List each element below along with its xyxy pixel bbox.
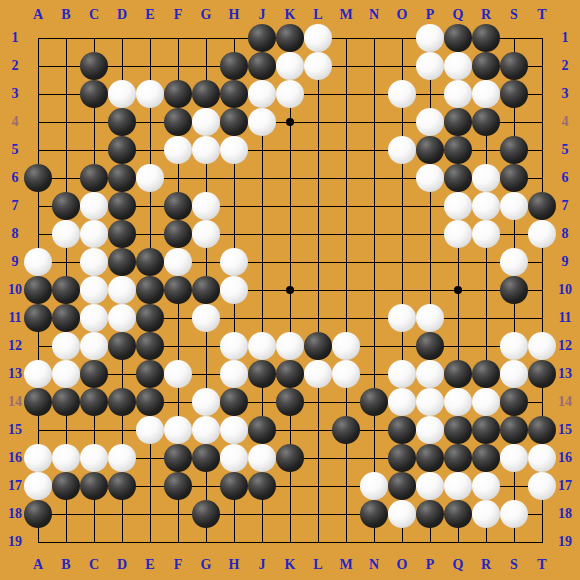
intersection-S16[interactable]	[500, 444, 528, 472]
intersection-K17[interactable]	[276, 472, 304, 500]
intersection-K4[interactable]	[276, 108, 304, 136]
intersection-L9[interactable]	[304, 248, 332, 276]
intersection-E17[interactable]	[136, 472, 164, 500]
intersection-B16[interactable]	[52, 444, 80, 472]
intersection-G12[interactable]	[192, 332, 220, 360]
intersection-K2[interactable]	[276, 52, 304, 80]
intersection-P6[interactable]	[416, 164, 444, 192]
intersection-G6[interactable]	[192, 164, 220, 192]
intersection-D10[interactable]	[108, 276, 136, 304]
intersection-L16[interactable]	[304, 444, 332, 472]
intersection-J9[interactable]	[248, 248, 276, 276]
intersection-T4[interactable]	[528, 108, 556, 136]
intersection-F15[interactable]	[164, 416, 192, 444]
intersection-S1[interactable]	[500, 24, 528, 52]
intersection-L2[interactable]	[304, 52, 332, 80]
intersection-N2[interactable]	[360, 52, 388, 80]
intersection-J17[interactable]	[248, 472, 276, 500]
intersection-E9[interactable]	[136, 248, 164, 276]
intersection-G2[interactable]	[192, 52, 220, 80]
intersection-H16[interactable]	[220, 444, 248, 472]
intersection-M11[interactable]	[332, 304, 360, 332]
intersection-C8[interactable]	[80, 220, 108, 248]
intersection-A4[interactable]	[24, 108, 52, 136]
intersection-R8[interactable]	[472, 220, 500, 248]
intersection-N14[interactable]	[360, 388, 388, 416]
intersection-A6[interactable]	[24, 164, 52, 192]
intersection-C11[interactable]	[80, 304, 108, 332]
intersection-A3[interactable]	[24, 80, 52, 108]
intersection-T16[interactable]	[528, 444, 556, 472]
intersection-R3[interactable]	[472, 80, 500, 108]
intersection-A12[interactable]	[24, 332, 52, 360]
intersection-D19[interactable]	[108, 528, 136, 556]
intersection-N4[interactable]	[360, 108, 388, 136]
intersection-H2[interactable]	[220, 52, 248, 80]
intersection-S5[interactable]	[500, 136, 528, 164]
intersection-A14[interactable]	[24, 388, 52, 416]
intersection-K15[interactable]	[276, 416, 304, 444]
intersection-D9[interactable]	[108, 248, 136, 276]
intersection-R6[interactable]	[472, 164, 500, 192]
intersection-O8[interactable]	[388, 220, 416, 248]
intersection-P3[interactable]	[416, 80, 444, 108]
intersection-Q10[interactable]	[444, 276, 472, 304]
intersection-E15[interactable]	[136, 416, 164, 444]
intersection-D18[interactable]	[108, 500, 136, 528]
intersection-L3[interactable]	[304, 80, 332, 108]
intersection-E18[interactable]	[136, 500, 164, 528]
intersection-S8[interactable]	[500, 220, 528, 248]
intersection-N1[interactable]	[360, 24, 388, 52]
intersection-O9[interactable]	[388, 248, 416, 276]
intersection-O10[interactable]	[388, 276, 416, 304]
intersection-F3[interactable]	[164, 80, 192, 108]
intersection-D15[interactable]	[108, 416, 136, 444]
intersection-E4[interactable]	[136, 108, 164, 136]
intersection-Q14[interactable]	[444, 388, 472, 416]
intersection-M4[interactable]	[332, 108, 360, 136]
intersection-B1[interactable]	[52, 24, 80, 52]
intersection-B19[interactable]	[52, 528, 80, 556]
intersection-L5[interactable]	[304, 136, 332, 164]
intersection-K5[interactable]	[276, 136, 304, 164]
intersection-T15[interactable]	[528, 416, 556, 444]
intersection-S17[interactable]	[500, 472, 528, 500]
intersection-E12[interactable]	[136, 332, 164, 360]
intersection-K8[interactable]	[276, 220, 304, 248]
intersection-G4[interactable]	[192, 108, 220, 136]
intersection-P18[interactable]	[416, 500, 444, 528]
intersection-H9[interactable]	[220, 248, 248, 276]
intersection-F2[interactable]	[164, 52, 192, 80]
intersection-R7[interactable]	[472, 192, 500, 220]
intersection-F16[interactable]	[164, 444, 192, 472]
intersection-B18[interactable]	[52, 500, 80, 528]
intersection-A15[interactable]	[24, 416, 52, 444]
intersection-O17[interactable]	[388, 472, 416, 500]
intersection-Q9[interactable]	[444, 248, 472, 276]
intersection-C18[interactable]	[80, 500, 108, 528]
intersection-Q17[interactable]	[444, 472, 472, 500]
intersection-F6[interactable]	[164, 164, 192, 192]
intersection-T11[interactable]	[528, 304, 556, 332]
intersection-D4[interactable]	[108, 108, 136, 136]
intersection-D17[interactable]	[108, 472, 136, 500]
intersection-S18[interactable]	[500, 500, 528, 528]
intersection-N6[interactable]	[360, 164, 388, 192]
intersection-L15[interactable]	[304, 416, 332, 444]
intersection-C6[interactable]	[80, 164, 108, 192]
intersection-D13[interactable]	[108, 360, 136, 388]
intersection-M18[interactable]	[332, 500, 360, 528]
intersection-C5[interactable]	[80, 136, 108, 164]
intersection-E2[interactable]	[136, 52, 164, 80]
intersection-P11[interactable]	[416, 304, 444, 332]
intersection-O13[interactable]	[388, 360, 416, 388]
intersection-N5[interactable]	[360, 136, 388, 164]
intersection-S3[interactable]	[500, 80, 528, 108]
intersection-O12[interactable]	[388, 332, 416, 360]
go-board[interactable]	[24, 24, 556, 556]
intersection-O2[interactable]	[388, 52, 416, 80]
intersection-Q5[interactable]	[444, 136, 472, 164]
intersection-J2[interactable]	[248, 52, 276, 80]
intersection-G5[interactable]	[192, 136, 220, 164]
intersection-Q4[interactable]	[444, 108, 472, 136]
intersection-L17[interactable]	[304, 472, 332, 500]
intersection-T5[interactable]	[528, 136, 556, 164]
intersection-M17[interactable]	[332, 472, 360, 500]
intersection-R11[interactable]	[472, 304, 500, 332]
intersection-L14[interactable]	[304, 388, 332, 416]
intersection-R18[interactable]	[472, 500, 500, 528]
intersection-N12[interactable]	[360, 332, 388, 360]
intersection-G7[interactable]	[192, 192, 220, 220]
intersection-E6[interactable]	[136, 164, 164, 192]
intersection-O7[interactable]	[388, 192, 416, 220]
intersection-R2[interactable]	[472, 52, 500, 80]
intersection-K3[interactable]	[276, 80, 304, 108]
intersection-P5[interactable]	[416, 136, 444, 164]
intersection-R5[interactable]	[472, 136, 500, 164]
intersection-G13[interactable]	[192, 360, 220, 388]
intersection-E8[interactable]	[136, 220, 164, 248]
intersection-G17[interactable]	[192, 472, 220, 500]
intersection-R9[interactable]	[472, 248, 500, 276]
intersection-T7[interactable]	[528, 192, 556, 220]
intersection-T10[interactable]	[528, 276, 556, 304]
intersection-G9[interactable]	[192, 248, 220, 276]
intersection-S4[interactable]	[500, 108, 528, 136]
intersection-L8[interactable]	[304, 220, 332, 248]
intersection-L6[interactable]	[304, 164, 332, 192]
intersection-J19[interactable]	[248, 528, 276, 556]
intersection-M14[interactable]	[332, 388, 360, 416]
intersection-B6[interactable]	[52, 164, 80, 192]
intersection-B10[interactable]	[52, 276, 80, 304]
intersection-F4[interactable]	[164, 108, 192, 136]
intersection-D8[interactable]	[108, 220, 136, 248]
intersection-N19[interactable]	[360, 528, 388, 556]
intersection-G10[interactable]	[192, 276, 220, 304]
intersection-K7[interactable]	[276, 192, 304, 220]
intersection-G15[interactable]	[192, 416, 220, 444]
intersection-Q16[interactable]	[444, 444, 472, 472]
intersection-J18[interactable]	[248, 500, 276, 528]
intersection-C3[interactable]	[80, 80, 108, 108]
intersection-S14[interactable]	[500, 388, 528, 416]
intersection-Q19[interactable]	[444, 528, 472, 556]
intersection-K14[interactable]	[276, 388, 304, 416]
intersection-S10[interactable]	[500, 276, 528, 304]
intersection-C13[interactable]	[80, 360, 108, 388]
intersection-N17[interactable]	[360, 472, 388, 500]
intersection-E3[interactable]	[136, 80, 164, 108]
intersection-J4[interactable]	[248, 108, 276, 136]
intersection-R4[interactable]	[472, 108, 500, 136]
intersection-E5[interactable]	[136, 136, 164, 164]
intersection-B4[interactable]	[52, 108, 80, 136]
intersection-Q2[interactable]	[444, 52, 472, 80]
intersection-O14[interactable]	[388, 388, 416, 416]
intersection-N3[interactable]	[360, 80, 388, 108]
intersection-B14[interactable]	[52, 388, 80, 416]
intersection-M9[interactable]	[332, 248, 360, 276]
intersection-B13[interactable]	[52, 360, 80, 388]
intersection-R10[interactable]	[472, 276, 500, 304]
intersection-J14[interactable]	[248, 388, 276, 416]
intersection-R19[interactable]	[472, 528, 500, 556]
intersection-A19[interactable]	[24, 528, 52, 556]
intersection-M10[interactable]	[332, 276, 360, 304]
intersection-S2[interactable]	[500, 52, 528, 80]
intersection-C1[interactable]	[80, 24, 108, 52]
intersection-H15[interactable]	[220, 416, 248, 444]
intersection-R13[interactable]	[472, 360, 500, 388]
intersection-P15[interactable]	[416, 416, 444, 444]
intersection-D7[interactable]	[108, 192, 136, 220]
intersection-R14[interactable]	[472, 388, 500, 416]
intersection-A13[interactable]	[24, 360, 52, 388]
intersection-F11[interactable]	[164, 304, 192, 332]
intersection-K18[interactable]	[276, 500, 304, 528]
intersection-N9[interactable]	[360, 248, 388, 276]
intersection-D5[interactable]	[108, 136, 136, 164]
intersection-F7[interactable]	[164, 192, 192, 220]
intersection-D3[interactable]	[108, 80, 136, 108]
intersection-T1[interactable]	[528, 24, 556, 52]
intersection-B9[interactable]	[52, 248, 80, 276]
intersection-M2[interactable]	[332, 52, 360, 80]
intersection-A9[interactable]	[24, 248, 52, 276]
intersection-H1[interactable]	[220, 24, 248, 52]
intersection-O16[interactable]	[388, 444, 416, 472]
intersection-N8[interactable]	[360, 220, 388, 248]
intersection-J5[interactable]	[248, 136, 276, 164]
intersection-L13[interactable]	[304, 360, 332, 388]
intersection-S9[interactable]	[500, 248, 528, 276]
intersection-Q15[interactable]	[444, 416, 472, 444]
intersection-P4[interactable]	[416, 108, 444, 136]
intersection-R15[interactable]	[472, 416, 500, 444]
intersection-B17[interactable]	[52, 472, 80, 500]
intersection-A10[interactable]	[24, 276, 52, 304]
intersection-A1[interactable]	[24, 24, 52, 52]
intersection-S19[interactable]	[500, 528, 528, 556]
intersection-F19[interactable]	[164, 528, 192, 556]
intersection-B8[interactable]	[52, 220, 80, 248]
intersection-A11[interactable]	[24, 304, 52, 332]
intersection-O3[interactable]	[388, 80, 416, 108]
intersection-D2[interactable]	[108, 52, 136, 80]
intersection-P12[interactable]	[416, 332, 444, 360]
intersection-E11[interactable]	[136, 304, 164, 332]
intersection-J7[interactable]	[248, 192, 276, 220]
intersection-C4[interactable]	[80, 108, 108, 136]
intersection-C17[interactable]	[80, 472, 108, 500]
intersection-M6[interactable]	[332, 164, 360, 192]
intersection-A7[interactable]	[24, 192, 52, 220]
intersection-S15[interactable]	[500, 416, 528, 444]
intersection-M12[interactable]	[332, 332, 360, 360]
intersection-Q6[interactable]	[444, 164, 472, 192]
intersection-K1[interactable]	[276, 24, 304, 52]
intersection-R1[interactable]	[472, 24, 500, 52]
intersection-K13[interactable]	[276, 360, 304, 388]
intersection-M16[interactable]	[332, 444, 360, 472]
intersection-C16[interactable]	[80, 444, 108, 472]
intersection-B5[interactable]	[52, 136, 80, 164]
intersection-K19[interactable]	[276, 528, 304, 556]
intersection-N18[interactable]	[360, 500, 388, 528]
intersection-C14[interactable]	[80, 388, 108, 416]
intersection-M19[interactable]	[332, 528, 360, 556]
intersection-S12[interactable]	[500, 332, 528, 360]
intersection-P13[interactable]	[416, 360, 444, 388]
intersection-F5[interactable]	[164, 136, 192, 164]
intersection-C2[interactable]	[80, 52, 108, 80]
intersection-J11[interactable]	[248, 304, 276, 332]
intersection-F10[interactable]	[164, 276, 192, 304]
intersection-T13[interactable]	[528, 360, 556, 388]
intersection-Q12[interactable]	[444, 332, 472, 360]
intersection-C19[interactable]	[80, 528, 108, 556]
intersection-M15[interactable]	[332, 416, 360, 444]
intersection-D12[interactable]	[108, 332, 136, 360]
intersection-F1[interactable]	[164, 24, 192, 52]
intersection-N11[interactable]	[360, 304, 388, 332]
intersection-M13[interactable]	[332, 360, 360, 388]
intersection-O4[interactable]	[388, 108, 416, 136]
intersection-P10[interactable]	[416, 276, 444, 304]
intersection-Q11[interactable]	[444, 304, 472, 332]
intersection-J10[interactable]	[248, 276, 276, 304]
intersection-E1[interactable]	[136, 24, 164, 52]
intersection-H8[interactable]	[220, 220, 248, 248]
intersection-H14[interactable]	[220, 388, 248, 416]
intersection-B15[interactable]	[52, 416, 80, 444]
intersection-H10[interactable]	[220, 276, 248, 304]
intersection-H18[interactable]	[220, 500, 248, 528]
intersection-J3[interactable]	[248, 80, 276, 108]
intersection-J15[interactable]	[248, 416, 276, 444]
intersection-T3[interactable]	[528, 80, 556, 108]
intersection-F14[interactable]	[164, 388, 192, 416]
intersection-M3[interactable]	[332, 80, 360, 108]
intersection-G3[interactable]	[192, 80, 220, 108]
intersection-S11[interactable]	[500, 304, 528, 332]
intersection-N15[interactable]	[360, 416, 388, 444]
intersection-O15[interactable]	[388, 416, 416, 444]
intersection-A17[interactable]	[24, 472, 52, 500]
intersection-L1[interactable]	[304, 24, 332, 52]
intersection-B11[interactable]	[52, 304, 80, 332]
intersection-T6[interactable]	[528, 164, 556, 192]
intersection-K10[interactable]	[276, 276, 304, 304]
intersection-C15[interactable]	[80, 416, 108, 444]
intersection-K11[interactable]	[276, 304, 304, 332]
intersection-T8[interactable]	[528, 220, 556, 248]
intersection-G11[interactable]	[192, 304, 220, 332]
intersection-H3[interactable]	[220, 80, 248, 108]
intersection-F8[interactable]	[164, 220, 192, 248]
intersection-E14[interactable]	[136, 388, 164, 416]
intersection-G1[interactable]	[192, 24, 220, 52]
intersection-M5[interactable]	[332, 136, 360, 164]
intersection-R17[interactable]	[472, 472, 500, 500]
intersection-N7[interactable]	[360, 192, 388, 220]
intersection-Q8[interactable]	[444, 220, 472, 248]
intersection-E19[interactable]	[136, 528, 164, 556]
intersection-D11[interactable]	[108, 304, 136, 332]
intersection-N16[interactable]	[360, 444, 388, 472]
intersection-O5[interactable]	[388, 136, 416, 164]
intersection-P8[interactable]	[416, 220, 444, 248]
intersection-E16[interactable]	[136, 444, 164, 472]
intersection-H4[interactable]	[220, 108, 248, 136]
intersection-M8[interactable]	[332, 220, 360, 248]
intersection-F9[interactable]	[164, 248, 192, 276]
intersection-L10[interactable]	[304, 276, 332, 304]
intersection-B3[interactable]	[52, 80, 80, 108]
intersection-O11[interactable]	[388, 304, 416, 332]
intersection-D16[interactable]	[108, 444, 136, 472]
intersection-E10[interactable]	[136, 276, 164, 304]
intersection-J8[interactable]	[248, 220, 276, 248]
intersection-B7[interactable]	[52, 192, 80, 220]
intersection-S7[interactable]	[500, 192, 528, 220]
intersection-H5[interactable]	[220, 136, 248, 164]
intersection-R16[interactable]	[472, 444, 500, 472]
intersection-M1[interactable]	[332, 24, 360, 52]
intersection-O19[interactable]	[388, 528, 416, 556]
intersection-L4[interactable]	[304, 108, 332, 136]
intersection-F12[interactable]	[164, 332, 192, 360]
intersection-F18[interactable]	[164, 500, 192, 528]
intersection-T14[interactable]	[528, 388, 556, 416]
intersection-G19[interactable]	[192, 528, 220, 556]
intersection-C12[interactable]	[80, 332, 108, 360]
intersection-Q18[interactable]	[444, 500, 472, 528]
intersection-F13[interactable]	[164, 360, 192, 388]
intersection-Q1[interactable]	[444, 24, 472, 52]
intersection-P7[interactable]	[416, 192, 444, 220]
intersection-J16[interactable]	[248, 444, 276, 472]
intersection-H19[interactable]	[220, 528, 248, 556]
intersection-B2[interactable]	[52, 52, 80, 80]
intersection-P1[interactable]	[416, 24, 444, 52]
